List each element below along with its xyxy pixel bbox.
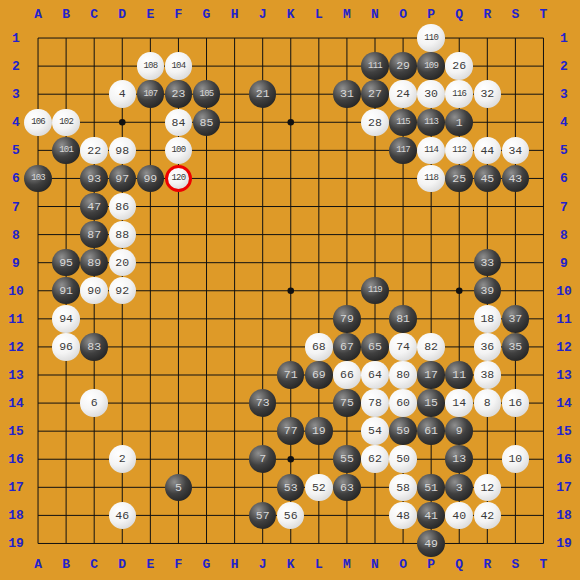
- col-label-top-B: B: [62, 7, 70, 22]
- stone-white-B11[interactable]: 94: [52, 305, 80, 333]
- row-label-left-8: 8: [12, 227, 20, 242]
- row-label-left-2: 2: [12, 59, 20, 74]
- row-label-right-2: 2: [560, 59, 568, 74]
- stone-white-S14[interactable]: 16: [502, 389, 530, 417]
- col-label-top-R: R: [483, 7, 491, 22]
- row-label-left-15: 15: [8, 424, 24, 439]
- stone-white-Q14[interactable]: 14: [445, 389, 473, 417]
- col-label-top-S: S: [511, 7, 519, 22]
- stone-white-Q2[interactable]: 26: [445, 52, 473, 80]
- stone-black-O4[interactable]: 115: [389, 109, 417, 137]
- stone-black-Q4[interactable]: 1: [445, 109, 473, 137]
- stone-white-F5[interactable]: 100: [165, 137, 193, 165]
- stone-black-M11[interactable]: 79: [333, 305, 361, 333]
- stone-white-R11[interactable]: 18: [474, 305, 502, 333]
- col-label-top-P: P: [427, 7, 435, 22]
- stone-black-K17[interactable]: 53: [277, 474, 305, 502]
- stone-black-M16[interactable]: 55: [333, 445, 361, 473]
- stone-white-Q5[interactable]: 112: [445, 137, 473, 165]
- stone-white-O14[interactable]: 60: [389, 389, 417, 417]
- stone-white-K18[interactable]: 56: [277, 502, 305, 530]
- row-label-right-8: 8: [560, 227, 568, 242]
- row-label-right-10: 10: [556, 283, 572, 298]
- col-label-bottom-J: J: [259, 557, 267, 572]
- col-label-bottom-K: K: [287, 557, 295, 572]
- col-label-top-N: N: [371, 7, 379, 22]
- stone-black-N10[interactable]: 119: [361, 277, 389, 305]
- stone-black-B5[interactable]: 101: [52, 137, 80, 165]
- stone-white-C14[interactable]: 6: [80, 389, 108, 417]
- stone-black-P2[interactable]: 109: [417, 52, 445, 80]
- stone-black-O11[interactable]: 81: [389, 305, 417, 333]
- stone-black-Q16[interactable]: 13: [445, 445, 473, 473]
- go-game-diagram: AABBCCDDEEFFGGHHJJKKLLMMNNOOPPQQRRSSTT11…: [0, 0, 580, 580]
- stone-white-D18[interactable]: 46: [109, 502, 137, 530]
- stone-black-P13[interactable]: 17: [417, 361, 445, 389]
- col-label-bottom-Q: Q: [455, 557, 463, 572]
- stone-white-R14[interactable]: 8: [474, 389, 502, 417]
- stone-black-P17[interactable]: 51: [417, 474, 445, 502]
- stone-white-B4[interactable]: 102: [52, 109, 80, 137]
- stone-white-R17[interactable]: 12: [474, 474, 502, 502]
- stone-white-P1[interactable]: 110: [417, 24, 445, 52]
- stone-black-O2[interactable]: 29: [389, 52, 417, 80]
- stone-black-F3[interactable]: 23: [165, 80, 193, 108]
- stone-black-N2[interactable]: 111: [361, 52, 389, 80]
- stone-white-Q18[interactable]: 40: [445, 502, 473, 530]
- stone-black-O5[interactable]: 117: [389, 137, 417, 165]
- stone-white-N14[interactable]: 78: [361, 389, 389, 417]
- stone-white-D9[interactable]: 20: [109, 249, 137, 277]
- col-label-top-E: E: [146, 7, 154, 22]
- row-label-right-11: 11: [556, 311, 572, 326]
- row-label-left-10: 10: [8, 283, 24, 298]
- row-label-left-12: 12: [8, 339, 24, 354]
- stone-white-P3[interactable]: 30: [417, 80, 445, 108]
- stone-black-M12[interactable]: 67: [333, 333, 361, 361]
- stone-white-R5[interactable]: 44: [474, 137, 502, 165]
- stone-black-F17[interactable]: 5: [165, 474, 193, 502]
- stone-black-C12[interactable]: 83: [80, 333, 108, 361]
- stone-white-R12[interactable]: 36: [474, 333, 502, 361]
- stone-black-S12[interactable]: 35: [502, 333, 530, 361]
- col-label-bottom-G: G: [203, 557, 211, 572]
- stone-white-F6[interactable]: 120: [165, 165, 193, 193]
- stone-white-L12[interactable]: 68: [305, 333, 333, 361]
- col-label-top-H: H: [231, 7, 239, 22]
- col-label-bottom-C: C: [90, 557, 98, 572]
- row-label-left-17: 17: [8, 480, 24, 495]
- row-label-right-9: 9: [560, 255, 568, 270]
- stone-white-N15[interactable]: 54: [361, 417, 389, 445]
- col-label-bottom-M: M: [343, 557, 351, 572]
- stone-white-Q3[interactable]: 116: [445, 80, 473, 108]
- col-label-bottom-B: B: [62, 557, 70, 572]
- stone-black-J3[interactable]: 21: [249, 80, 277, 108]
- row-label-right-1: 1: [560, 31, 568, 46]
- row-label-left-4: 4: [12, 115, 20, 130]
- stone-white-A4[interactable]: 106: [24, 109, 52, 137]
- stone-black-J16[interactable]: 7: [249, 445, 277, 473]
- stone-white-P12[interactable]: 82: [417, 333, 445, 361]
- stone-white-N16[interactable]: 62: [361, 445, 389, 473]
- stone-white-C5[interactable]: 22: [80, 137, 108, 165]
- row-label-left-11: 11: [8, 311, 24, 326]
- row-label-left-6: 6: [12, 171, 20, 186]
- row-label-right-16: 16: [556, 452, 572, 467]
- stone-white-D3[interactable]: 4: [109, 80, 137, 108]
- col-label-top-L: L: [315, 7, 323, 22]
- col-label-top-G: G: [203, 7, 211, 22]
- col-label-top-F: F: [175, 7, 183, 22]
- row-label-right-19: 19: [556, 536, 572, 551]
- stone-black-S11[interactable]: 37: [502, 305, 530, 333]
- row-label-left-16: 16: [8, 452, 24, 467]
- col-label-top-C: C: [90, 7, 98, 22]
- stone-white-R3[interactable]: 32: [474, 80, 502, 108]
- stone-white-D10[interactable]: 92: [109, 277, 137, 305]
- stone-black-P14[interactable]: 15: [417, 389, 445, 417]
- stone-black-M3[interactable]: 31: [333, 80, 361, 108]
- stone-black-N12[interactable]: 65: [361, 333, 389, 361]
- stone-white-F4[interactable]: 84: [165, 109, 193, 137]
- col-label-top-K: K: [287, 7, 295, 22]
- col-label-top-A: A: [34, 7, 42, 22]
- stone-black-D6[interactable]: 97: [109, 165, 137, 193]
- stone-white-R13[interactable]: 38: [474, 361, 502, 389]
- stone-white-B12[interactable]: 96: [52, 333, 80, 361]
- row-label-right-17: 17: [556, 480, 572, 495]
- stone-black-B10[interactable]: 91: [52, 277, 80, 305]
- stone-black-C6[interactable]: 93: [80, 165, 108, 193]
- stone-white-N13[interactable]: 64: [361, 361, 389, 389]
- stone-black-A6[interactable]: 103: [24, 165, 52, 193]
- stone-black-L15[interactable]: 19: [305, 417, 333, 445]
- stone-black-G3[interactable]: 105: [193, 80, 221, 108]
- stone-black-S6[interactable]: 43: [502, 165, 530, 193]
- stone-black-C9[interactable]: 89: [80, 249, 108, 277]
- row-label-right-5: 5: [560, 143, 568, 158]
- stone-black-P19[interactable]: 49: [417, 530, 445, 558]
- stone-white-O3[interactable]: 24: [389, 80, 417, 108]
- row-label-right-13: 13: [556, 368, 572, 383]
- stone-black-P15[interactable]: 61: [417, 417, 445, 445]
- stone-black-R10[interactable]: 39: [474, 277, 502, 305]
- stone-white-D7[interactable]: 86: [109, 193, 137, 221]
- row-label-right-4: 4: [560, 115, 568, 130]
- row-label-right-7: 7: [560, 199, 568, 214]
- col-label-bottom-L: L: [315, 557, 323, 572]
- stone-black-P18[interactable]: 41: [417, 502, 445, 530]
- stone-black-O15[interactable]: 59: [389, 417, 417, 445]
- stone-black-E3[interactable]: 107: [137, 80, 165, 108]
- col-label-bottom-T: T: [540, 557, 548, 572]
- col-label-bottom-F: F: [175, 557, 183, 572]
- stone-black-C8[interactable]: 87: [80, 221, 108, 249]
- row-label-left-5: 5: [12, 143, 20, 158]
- stone-black-Q13[interactable]: 11: [445, 361, 473, 389]
- stone-black-M14[interactable]: 75: [333, 389, 361, 417]
- row-label-left-7: 7: [12, 199, 20, 214]
- col-label-bottom-D: D: [118, 557, 126, 572]
- stone-white-F2[interactable]: 104: [165, 52, 193, 80]
- col-label-bottom-A: A: [34, 557, 42, 572]
- row-label-right-6: 6: [560, 171, 568, 186]
- col-label-bottom-H: H: [231, 557, 239, 572]
- stone-white-P6[interactable]: 118: [417, 165, 445, 193]
- stone-white-D16[interactable]: 2: [109, 445, 137, 473]
- go-board[interactable]: 1234567891011121314151617181920212223242…: [24, 24, 558, 558]
- col-label-top-M: M: [343, 7, 351, 22]
- stone-black-J18[interactable]: 57: [249, 502, 277, 530]
- row-label-right-18: 18: [556, 508, 572, 523]
- row-label-right-14: 14: [556, 396, 572, 411]
- col-label-bottom-S: S: [511, 557, 519, 572]
- stone-black-B9[interactable]: 95: [52, 249, 80, 277]
- stone-black-R9[interactable]: 33: [474, 249, 502, 277]
- stone-black-Q17[interactable]: 3: [445, 474, 473, 502]
- stone-white-D8[interactable]: 88: [109, 221, 137, 249]
- col-label-bottom-O: O: [399, 557, 407, 572]
- row-label-left-19: 19: [8, 536, 24, 551]
- col-label-top-O: O: [399, 7, 407, 22]
- row-label-left-1: 1: [12, 31, 20, 46]
- stone-black-K15[interactable]: 77: [277, 417, 305, 445]
- stone-white-O17[interactable]: 58: [389, 474, 417, 502]
- col-label-bottom-P: P: [427, 557, 435, 572]
- stone-white-P5[interactable]: 114: [417, 137, 445, 165]
- row-label-right-3: 3: [560, 87, 568, 102]
- stone-black-E6[interactable]: 99: [137, 165, 165, 193]
- stone-black-C7[interactable]: 47: [80, 193, 108, 221]
- stone-white-C10[interactable]: 90: [80, 277, 108, 305]
- stone-white-L17[interactable]: 52: [305, 474, 333, 502]
- stone-white-M13[interactable]: 66: [333, 361, 361, 389]
- stone-black-R6[interactable]: 45: [474, 165, 502, 193]
- stone-black-Q6[interactable]: 25: [445, 165, 473, 193]
- stone-black-L13[interactable]: 69: [305, 361, 333, 389]
- row-label-left-14: 14: [8, 396, 24, 411]
- stone-white-S16[interactable]: 10: [502, 445, 530, 473]
- row-label-right-15: 15: [556, 424, 572, 439]
- stone-white-O12[interactable]: 74: [389, 333, 417, 361]
- row-label-right-12: 12: [556, 339, 572, 354]
- stone-white-O16[interactable]: 50: [389, 445, 417, 473]
- stone-white-O18[interactable]: 48: [389, 502, 417, 530]
- stone-black-M17[interactable]: 63: [333, 474, 361, 502]
- row-label-left-9: 9: [12, 255, 20, 270]
- stone-black-J14[interactable]: 73: [249, 389, 277, 417]
- stone-black-N3[interactable]: 27: [361, 80, 389, 108]
- stone-black-G4[interactable]: 85: [193, 109, 221, 137]
- row-label-left-18: 18: [8, 508, 24, 523]
- stone-black-K13[interactable]: 71: [277, 361, 305, 389]
- stone-white-R18[interactable]: 42: [474, 502, 502, 530]
- stone-black-P4[interactable]: 113: [417, 109, 445, 137]
- stone-white-S5[interactable]: 34: [502, 137, 530, 165]
- col-label-bottom-R: R: [483, 557, 491, 572]
- col-label-bottom-N: N: [371, 557, 379, 572]
- stone-white-N4[interactable]: 28: [361, 109, 389, 137]
- col-label-top-J: J: [259, 7, 267, 22]
- col-label-top-D: D: [118, 7, 126, 22]
- row-label-left-13: 13: [8, 368, 24, 383]
- stone-black-Q15[interactable]: 9: [445, 417, 473, 445]
- col-label-top-T: T: [540, 7, 548, 22]
- row-label-left-3: 3: [12, 87, 20, 102]
- col-label-top-Q: Q: [455, 7, 463, 22]
- stone-white-O13[interactable]: 80: [389, 361, 417, 389]
- stone-white-D5[interactable]: 98: [109, 137, 137, 165]
- col-label-bottom-E: E: [146, 557, 154, 572]
- stone-white-E2[interactable]: 108: [137, 52, 165, 80]
